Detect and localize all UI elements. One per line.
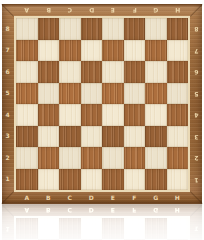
square-e1[interactable] xyxy=(102,169,124,191)
file-label-top-f: F xyxy=(124,6,146,15)
square-a4[interactable] xyxy=(16,104,38,126)
square-e2[interactable] xyxy=(102,147,124,169)
frame-miter-seam xyxy=(190,204,202,217)
square-b8[interactable] xyxy=(38,18,60,40)
square-a7[interactable] xyxy=(16,40,38,62)
square-d7[interactable] xyxy=(81,40,103,62)
square-b6[interactable] xyxy=(38,61,60,83)
file-label-bottom-e: E xyxy=(102,194,124,203)
rank-labels-right: 87654321 xyxy=(191,218,202,240)
file-label-bottom-c: C xyxy=(59,206,81,215)
rank-label-left-6: 6 xyxy=(2,61,13,83)
square-c7[interactable] xyxy=(59,40,81,62)
square-a6[interactable] xyxy=(16,61,38,83)
file-label-bottom-f: F xyxy=(124,206,146,215)
file-label-top-b: B xyxy=(38,6,60,15)
square-a1 xyxy=(16,218,38,240)
board-reflection-image: ABCDEFGH ABCDEFGH 87654321 87654321 xyxy=(2,204,202,240)
rank-label-right-1: 1 xyxy=(191,169,202,191)
file-label-bottom-h: H xyxy=(167,206,189,215)
file-label-top-h: H xyxy=(167,6,189,15)
rank-label-right-8: 8 xyxy=(191,18,202,40)
square-h1 xyxy=(167,218,189,240)
square-a5[interactable] xyxy=(16,83,38,105)
square-c8[interactable] xyxy=(59,18,81,40)
square-a2[interactable] xyxy=(16,147,38,169)
square-h4[interactable] xyxy=(167,104,189,126)
file-labels-bottom: ABCDEFGH xyxy=(16,206,188,215)
square-g6[interactable] xyxy=(145,61,167,83)
file-label-bottom-b: B xyxy=(38,206,60,215)
rank-label-left-2: 2 xyxy=(2,147,13,169)
file-labels-top: ABCDEFGH xyxy=(16,6,188,15)
rank-labels-left: 87654321 xyxy=(2,18,13,190)
square-g1 xyxy=(145,218,167,240)
square-b2[interactable] xyxy=(38,147,60,169)
file-label-bottom-a: A xyxy=(16,206,38,215)
square-g2[interactable] xyxy=(145,147,167,169)
file-label-bottom-b: B xyxy=(38,194,60,203)
rank-label-right-2: 2 xyxy=(191,147,202,169)
board-reflection: ABCDEFGH ABCDEFGH 87654321 87654321 xyxy=(2,204,202,240)
square-d3[interactable] xyxy=(81,126,103,148)
square-a1[interactable] xyxy=(16,169,38,191)
rank-label-left-4: 4 xyxy=(2,104,13,126)
file-label-bottom-g: G xyxy=(145,206,167,215)
rank-label-right-7: 7 xyxy=(191,40,202,62)
square-d2[interactable] xyxy=(81,147,103,169)
square-h2[interactable] xyxy=(167,147,189,169)
square-e6[interactable] xyxy=(102,61,124,83)
scene: ABCDEFGH ABCDEFGH 87654321 87654321 ABCD… xyxy=(0,0,204,240)
rank-label-left-1: 1 xyxy=(2,218,13,240)
square-c4[interactable] xyxy=(59,104,81,126)
square-b1 xyxy=(38,218,60,240)
square-b7[interactable] xyxy=(38,40,60,62)
file-label-bottom-g: G xyxy=(145,194,167,203)
square-f2[interactable] xyxy=(124,147,146,169)
square-e7[interactable] xyxy=(102,40,124,62)
rank-label-right-1: 1 xyxy=(191,218,202,240)
square-d4[interactable] xyxy=(81,104,103,126)
square-g8[interactable] xyxy=(145,18,167,40)
playing-field xyxy=(14,216,190,240)
file-label-top-c: C xyxy=(59,6,81,15)
square-h5[interactable] xyxy=(167,83,189,105)
chess-board: ABCDEFGH ABCDEFGH 87654321 87654321 xyxy=(2,4,202,204)
square-e3[interactable] xyxy=(102,126,124,148)
file-label-bottom-h: H xyxy=(167,194,189,203)
square-c1 xyxy=(59,218,81,240)
square-h3[interactable] xyxy=(167,126,189,148)
file-label-top-e: E xyxy=(102,6,124,15)
square-f8[interactable] xyxy=(124,18,146,40)
square-f1[interactable] xyxy=(124,169,146,191)
square-f3[interactable] xyxy=(124,126,146,148)
frame-miter-seam xyxy=(1,4,14,17)
square-f7[interactable] xyxy=(124,40,146,62)
rank-label-left-5: 5 xyxy=(2,83,13,105)
square-c5[interactable] xyxy=(59,83,81,105)
file-label-bottom-e: E xyxy=(102,206,124,215)
file-label-top-d: D xyxy=(81,6,103,15)
frame-miter-seam xyxy=(1,191,14,204)
square-f6[interactable] xyxy=(124,61,146,83)
rank-label-left-7: 7 xyxy=(2,40,13,62)
frame-miter-seam xyxy=(2,204,14,217)
square-f5[interactable] xyxy=(124,83,146,105)
square-d8[interactable] xyxy=(81,18,103,40)
rank-label-left-1: 1 xyxy=(2,169,13,191)
square-f4[interactable] xyxy=(124,104,146,126)
file-label-bottom-d: D xyxy=(81,194,103,203)
square-d1 xyxy=(81,218,103,240)
square-e5[interactable] xyxy=(102,83,124,105)
rank-label-right-5: 5 xyxy=(191,83,202,105)
rank-label-left-8: 8 xyxy=(2,18,13,40)
frame-miter-seam xyxy=(190,4,203,17)
file-label-bottom-f: F xyxy=(124,194,146,203)
square-f1 xyxy=(124,218,146,240)
square-h8[interactable] xyxy=(167,18,189,40)
square-c2[interactable] xyxy=(59,147,81,169)
square-d5[interactable] xyxy=(81,83,103,105)
file-label-bottom-c: C xyxy=(59,194,81,203)
square-h1[interactable] xyxy=(167,169,189,191)
square-d6[interactable] xyxy=(81,61,103,83)
square-a3[interactable] xyxy=(16,126,38,148)
rank-label-right-3: 3 xyxy=(191,126,202,148)
square-b5[interactable] xyxy=(38,83,60,105)
square-c1[interactable] xyxy=(59,169,81,191)
file-labels-bottom: ABCDEFGH xyxy=(16,194,188,203)
file-label-bottom-a: A xyxy=(16,194,38,203)
square-g5[interactable] xyxy=(145,83,167,105)
file-label-bottom-d: D xyxy=(81,206,103,215)
frame-miter-seam xyxy=(190,191,203,204)
square-e4[interactable] xyxy=(102,104,124,126)
rank-labels-right: 87654321 xyxy=(191,18,202,190)
square-g1[interactable] xyxy=(145,169,167,191)
square-a8[interactable] xyxy=(16,18,38,40)
square-h6[interactable] xyxy=(167,61,189,83)
square-g4[interactable] xyxy=(145,104,167,126)
file-label-top-a: A xyxy=(16,6,38,15)
square-c3[interactable] xyxy=(59,126,81,148)
square-b1[interactable] xyxy=(38,169,60,191)
square-h7[interactable] xyxy=(167,40,189,62)
rank-label-right-4: 4 xyxy=(191,104,202,126)
playing-field xyxy=(14,16,190,192)
square-d1[interactable] xyxy=(81,169,103,191)
square-g7[interactable] xyxy=(145,40,167,62)
square-e8[interactable] xyxy=(102,18,124,40)
file-label-top-g: G xyxy=(145,6,167,15)
square-e1 xyxy=(102,218,124,240)
rank-labels-left: 87654321 xyxy=(2,218,13,240)
square-b3[interactable] xyxy=(38,126,60,148)
rank-label-left-3: 3 xyxy=(2,126,13,148)
square-b4[interactable] xyxy=(38,104,60,126)
rank-label-right-6: 6 xyxy=(191,61,202,83)
square-c6[interactable] xyxy=(59,61,81,83)
square-g3[interactable] xyxy=(145,126,167,148)
